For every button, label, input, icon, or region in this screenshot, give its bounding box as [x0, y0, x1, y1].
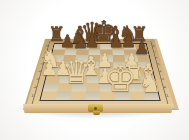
- pieces-layer: ♜♝♛♚♝♞♜♟♞♟♟♟♟♞♟♟♟♟♝♛♟♜♝♚♞: [0, 0, 189, 140]
- piece-white-king-f1: ♚: [104, 61, 137, 97]
- piece-white-queen-c2: ♛: [62, 56, 91, 88]
- piece-white-knight-h1: ♞: [138, 69, 162, 96]
- piece-black-pawn-d7: ♟: [84, 33, 99, 50]
- product-photo-scene: abcdefgh1122334455667788 ♜♝♛♚♝♞♜♟♞♟♟♟♟♞♟…: [0, 0, 189, 140]
